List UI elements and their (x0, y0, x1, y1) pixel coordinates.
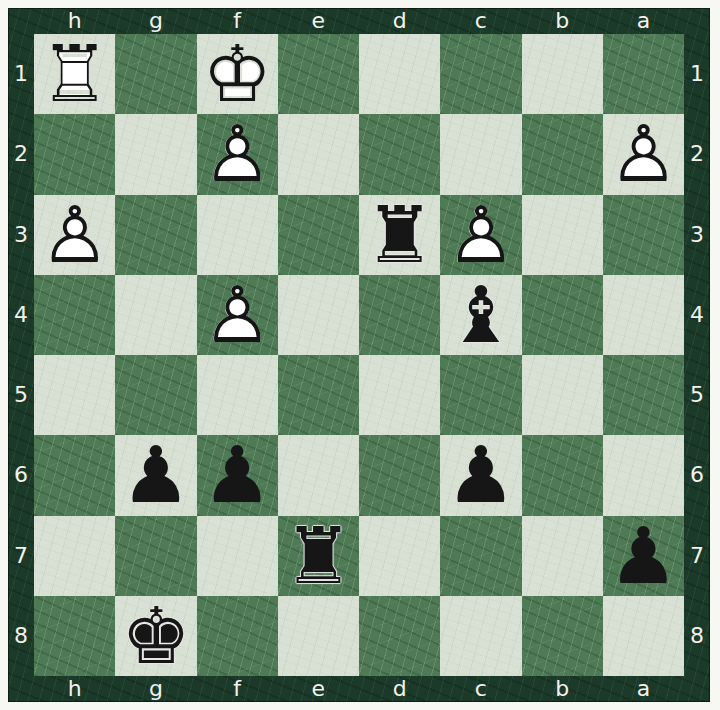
piece-glyph: ♟ (603, 516, 684, 596)
square-b1[interactable] (522, 34, 603, 114)
rank-label-left-1: 1 (8, 34, 34, 114)
rank-label-left-3: 3 (8, 195, 34, 275)
square-d4[interactable] (359, 275, 440, 355)
rank-label-right-1: 1 (684, 34, 710, 114)
white-pawn-a2[interactable]: ♟♙ (603, 114, 684, 194)
square-b7[interactable] (522, 516, 603, 596)
square-b4[interactable] (522, 275, 603, 355)
piece-glyph: ♜ (278, 516, 359, 596)
square-h2[interactable] (34, 114, 115, 194)
square-e1[interactable] (278, 34, 359, 114)
piece-glyph: ♝ (440, 275, 521, 355)
square-a1[interactable] (603, 34, 684, 114)
square-a2[interactable]: ♟♙ (603, 114, 684, 194)
piece-glyph: ♟ (440, 435, 521, 515)
black-pawn-a7[interactable]: ♟ (603, 516, 684, 596)
square-f2[interactable]: ♟♙ (197, 114, 278, 194)
rank-label-right-4: 4 (684, 275, 710, 355)
square-e3[interactable] (278, 195, 359, 275)
black-pawn-c6[interactable]: ♟ (440, 435, 521, 515)
file-label-top-a: a (603, 8, 684, 34)
file-label-bottom-d: d (359, 676, 440, 702)
white-pawn-f2[interactable]: ♟♙ (197, 114, 278, 194)
file-label-bottom-f: f (197, 676, 278, 702)
piece-glyph: ♜ (359, 195, 440, 275)
piece-glyph: ♟ (115, 435, 196, 515)
rank-label-right-8: 8 (684, 596, 710, 676)
black-pawn-f6[interactable]: ♟ (197, 435, 278, 515)
square-d7[interactable] (359, 516, 440, 596)
black-pawn-g6[interactable]: ♟ (115, 435, 196, 515)
square-c1[interactable] (440, 34, 521, 114)
rank-label-left-8: 8 (8, 596, 34, 676)
square-d5[interactable] (359, 355, 440, 435)
board-border: hgfedcba1♜♖♚♔12♟♙♟♙23♟♙♜♟♙34♟♙♝4556♟♟♟67… (8, 8, 710, 702)
square-b8[interactable] (522, 596, 603, 676)
piece-outline: ♖ (34, 34, 115, 114)
square-f3[interactable] (197, 195, 278, 275)
square-d1[interactable] (359, 34, 440, 114)
white-rook-h1[interactable]: ♜♖ (34, 34, 115, 114)
square-f1[interactable]: ♚♔ (197, 34, 278, 114)
board-corner (684, 676, 710, 702)
chess-board: hgfedcba1♜♖♚♔12♟♙♟♙23♟♙♜♟♙34♟♙♝4556♟♟♟67… (8, 8, 710, 702)
square-b5[interactable] (522, 355, 603, 435)
square-e5[interactable] (278, 355, 359, 435)
file-label-top-c: c (440, 8, 521, 34)
piece-outline: ♙ (197, 114, 278, 194)
piece-outline: ♙ (34, 195, 115, 275)
square-e7[interactable]: ♜ (278, 516, 359, 596)
square-h1[interactable]: ♜♖ (34, 34, 115, 114)
board-corner (684, 8, 710, 34)
square-a6[interactable] (603, 435, 684, 515)
rank-label-left-6: 6 (8, 435, 34, 515)
rank-label-right-5: 5 (684, 355, 710, 435)
piece-glyph: ♟ (197, 435, 278, 515)
rank-label-right-6: 6 (684, 435, 710, 515)
square-g6[interactable]: ♟ (115, 435, 196, 515)
rank-label-left-4: 4 (8, 275, 34, 355)
square-a8[interactable] (603, 596, 684, 676)
square-b6[interactable] (522, 435, 603, 515)
square-h8[interactable] (34, 596, 115, 676)
square-g7[interactable] (115, 516, 196, 596)
white-king-f1[interactable]: ♚♔ (197, 34, 278, 114)
square-f5[interactable] (197, 355, 278, 435)
rank-label-left-2: 2 (8, 114, 34, 194)
square-a7[interactable]: ♟ (603, 516, 684, 596)
file-label-bottom-c: c (440, 676, 521, 702)
square-g8[interactable]: ♚ (115, 596, 196, 676)
square-e2[interactable] (278, 114, 359, 194)
square-h6[interactable] (34, 435, 115, 515)
square-f8[interactable] (197, 596, 278, 676)
square-e8[interactable] (278, 596, 359, 676)
rank-label-right-3: 3 (684, 195, 710, 275)
piece-outline: ♙ (440, 195, 521, 275)
square-d3[interactable]: ♜ (359, 195, 440, 275)
file-label-top-b: b (522, 8, 603, 34)
file-label-top-g: g (115, 8, 196, 34)
square-h4[interactable] (34, 275, 115, 355)
rank-label-left-7: 7 (8, 516, 34, 596)
piece-outline: ♙ (197, 275, 278, 355)
square-c6[interactable]: ♟ (440, 435, 521, 515)
square-b2[interactable] (522, 114, 603, 194)
square-d8[interactable] (359, 596, 440, 676)
file-label-bottom-e: e (278, 676, 359, 702)
outer-frame: hgfedcba1♜♖♚♔12♟♙♟♙23♟♙♜♟♙34♟♙♝4556♟♟♟67… (0, 0, 720, 710)
square-h3[interactable]: ♟♙ (34, 195, 115, 275)
square-d6[interactable] (359, 435, 440, 515)
piece-outline: ♙ (603, 114, 684, 194)
rank-label-right-7: 7 (684, 516, 710, 596)
square-h5[interactable] (34, 355, 115, 435)
white-pawn-h3[interactable]: ♟♙ (34, 195, 115, 275)
square-c5[interactable] (440, 355, 521, 435)
square-c4[interactable]: ♝ (440, 275, 521, 355)
square-a5[interactable] (603, 355, 684, 435)
black-rook-d3[interactable]: ♜ (359, 195, 440, 275)
square-h7[interactable] (34, 516, 115, 596)
square-d2[interactable] (359, 114, 440, 194)
black-bishop-c4[interactable]: ♝ (440, 275, 521, 355)
piece-glyph: ♚ (115, 596, 196, 676)
square-c8[interactable] (440, 596, 521, 676)
rank-label-left-5: 5 (8, 355, 34, 435)
rank-label-right-2: 2 (684, 114, 710, 194)
square-g3[interactable] (115, 195, 196, 275)
black-rook-e7[interactable]: ♜ (278, 516, 359, 596)
black-king-g8[interactable]: ♚ (115, 596, 196, 676)
file-label-bottom-b: b (522, 676, 603, 702)
board-corner (8, 676, 34, 702)
file-label-bottom-a: a (603, 676, 684, 702)
square-g1[interactable] (115, 34, 196, 114)
white-pawn-f4[interactable]: ♟♙ (197, 275, 278, 355)
square-c7[interactable] (440, 516, 521, 596)
square-a4[interactable] (603, 275, 684, 355)
square-g4[interactable] (115, 275, 196, 355)
file-label-top-e: e (278, 8, 359, 34)
file-label-bottom-h: h (34, 676, 115, 702)
white-pawn-c3[interactable]: ♟♙ (440, 195, 521, 275)
square-g2[interactable] (115, 114, 196, 194)
square-b3[interactable] (522, 195, 603, 275)
square-f7[interactable] (197, 516, 278, 596)
square-g5[interactable] (115, 355, 196, 435)
square-f4[interactable]: ♟♙ (197, 275, 278, 355)
piece-outline: ♔ (197, 34, 278, 114)
square-c2[interactable] (440, 114, 521, 194)
square-a3[interactable] (603, 195, 684, 275)
square-c3[interactable]: ♟♙ (440, 195, 521, 275)
board-corner (8, 8, 34, 34)
file-label-top-d: d (359, 8, 440, 34)
square-e6[interactable] (278, 435, 359, 515)
square-e4[interactable] (278, 275, 359, 355)
square-f6[interactable]: ♟ (197, 435, 278, 515)
